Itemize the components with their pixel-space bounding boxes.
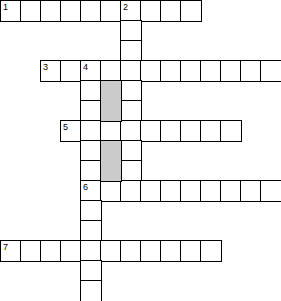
grid-cell[interactable] — [160, 0, 182, 22]
grid-cell[interactable] — [120, 20, 142, 42]
grid-cell[interactable] — [80, 220, 102, 242]
grid-cell[interactable] — [120, 180, 142, 202]
grid-cell[interactable] — [180, 240, 202, 262]
grid-cell[interactable] — [120, 120, 142, 142]
grid-cell[interactable] — [0, 240, 22, 262]
grid-cell[interactable] — [120, 80, 142, 102]
grid-cell[interactable] — [180, 60, 202, 82]
grid-cell[interactable] — [200, 240, 222, 262]
grid-cell[interactable] — [80, 260, 102, 282]
grid-cell[interactable] — [60, 60, 82, 82]
grid-cell[interactable] — [140, 180, 162, 202]
grid-cell[interactable] — [120, 100, 142, 122]
grid-cell[interactable] — [40, 240, 62, 262]
shaded-strip — [100, 140, 122, 182]
grid-cell[interactable] — [120, 240, 142, 262]
grid-cell[interactable] — [80, 100, 102, 122]
grid-cell[interactable] — [60, 0, 82, 22]
grid-cell[interactable] — [120, 40, 142, 62]
grid-cell[interactable] — [160, 240, 182, 262]
grid-cell[interactable] — [120, 60, 142, 82]
grid-cell[interactable] — [80, 280, 102, 301]
grid-cell[interactable] — [80, 60, 102, 82]
grid-cell[interactable] — [100, 120, 122, 142]
grid-cell[interactable] — [140, 60, 162, 82]
grid-cell[interactable] — [100, 60, 122, 82]
grid-cell[interactable] — [240, 60, 262, 82]
grid-cell[interactable] — [80, 180, 102, 202]
grid-cell[interactable] — [160, 60, 182, 82]
grid-cell[interactable] — [40, 60, 62, 82]
grid-cell[interactable] — [60, 240, 82, 262]
grid-cell[interactable] — [0, 0, 22, 22]
grid-cell[interactable] — [160, 120, 182, 142]
grid-cell[interactable] — [180, 0, 202, 22]
grid-cell[interactable] — [200, 60, 222, 82]
grid-cell[interactable] — [160, 180, 182, 202]
grid-cell[interactable] — [60, 120, 82, 142]
grid-cell[interactable] — [20, 240, 42, 262]
grid-cell[interactable] — [220, 60, 242, 82]
grid-cell[interactable] — [80, 80, 102, 102]
grid-cell[interactable] — [120, 160, 142, 182]
grid-cell[interactable] — [140, 120, 162, 142]
grid-cell[interactable] — [120, 0, 142, 22]
grid-cell[interactable] — [140, 0, 162, 22]
grid-cell[interactable] — [40, 0, 62, 22]
grid-cell[interactable] — [260, 180, 281, 202]
grid-cell[interactable] — [80, 160, 102, 182]
grid-cell[interactable] — [80, 200, 102, 222]
grid-cell[interactable] — [80, 120, 102, 142]
grid-cell[interactable] — [200, 120, 222, 142]
grid-cell[interactable] — [260, 60, 281, 82]
crossword-board: 1234567 — [0, 0, 281, 301]
grid-cell[interactable] — [220, 180, 242, 202]
shaded-strip — [100, 80, 122, 122]
grid-cell[interactable] — [100, 240, 122, 262]
grid-cell[interactable] — [80, 140, 102, 162]
grid-cell[interactable] — [80, 0, 102, 22]
grid-cell[interactable] — [200, 180, 222, 202]
grid-cell[interactable] — [80, 240, 102, 262]
grid-cell[interactable] — [240, 180, 262, 202]
grid-cell[interactable] — [180, 120, 202, 142]
grid-cell[interactable] — [180, 180, 202, 202]
grid-cell[interactable] — [20, 0, 42, 22]
grid-cell[interactable] — [140, 240, 162, 262]
grid-cell[interactable] — [100, 0, 122, 22]
grid-cell[interactable] — [220, 120, 242, 142]
grid-cell[interactable] — [120, 140, 142, 162]
grid-cell[interactable] — [100, 180, 122, 202]
